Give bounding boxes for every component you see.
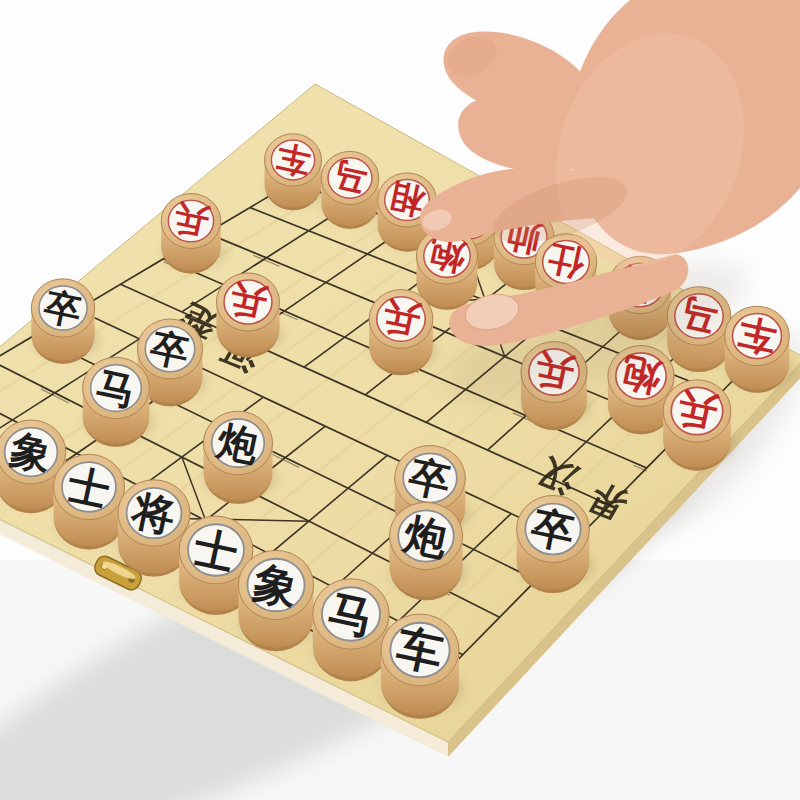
piece-red-pawn-c4[interactable]: 兵 [216, 273, 283, 358]
piece-black-pawn-a7[interactable]: 卒 [31, 279, 98, 364]
piece-red-pawn-i4[interactable]: 兵 [663, 380, 734, 471]
scene: 楚河汉界车马相仕兵帅炮仕相兵卒马兵车卒兵炮马兵炮象卒士将卒炮士象马车 [0, 0, 800, 800]
piece-black-chariot-i10[interactable]: 车 [381, 614, 463, 719]
piece-red-chariot-a1[interactable]: 车 [265, 134, 326, 210]
piece-black-cannon-e8[interactable]: 炮 [203, 411, 276, 504]
piece-red-pawn-a4[interactable]: 兵 [161, 194, 224, 274]
piece-black-pawn-i7[interactable]: 卒 [517, 495, 594, 593]
piece-black-horse-c8[interactable]: 马 [83, 357, 153, 446]
piece-red-horse-b1[interactable]: 马 [321, 151, 382, 228]
piece-red-chariot-i1[interactable]: 车 [725, 306, 793, 392]
xiangqi-product-photo: 楚河汉界车马相仕兵帅炮仕相兵卒马兵车卒兵炮马兵炮象卒士将卒炮士象马车 [0, 0, 800, 800]
piece-black-cannon-h8[interactable]: 炮 [389, 502, 466, 600]
piece-black-horse-h10[interactable]: 马 [313, 579, 393, 681]
piece-red-pawn-e4[interactable]: 兵 [369, 290, 436, 376]
piece-black-elephant-g10[interactable]: 象 [238, 550, 317, 651]
piece-black-advisor-d10[interactable]: 士 [53, 454, 128, 549]
